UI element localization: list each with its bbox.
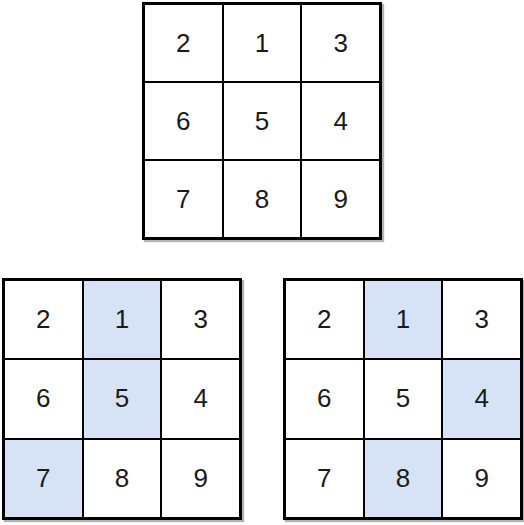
reference-cell-r1c1: 5 <box>223 82 302 160</box>
variant-a-cell-r1c0: 6 <box>4 359 83 438</box>
reference-cell-r0c0: 2 <box>144 4 223 82</box>
reference-grid: 213654789 <box>142 2 382 240</box>
variant-a-cell-r2c1: 8 <box>83 439 162 518</box>
variant-a-cell-r2c2: 9 <box>161 439 240 518</box>
variant-b-cell-r2c0: 7 <box>285 439 364 518</box>
variant-a-cell-r2c0-highlighted: 7 <box>4 439 83 518</box>
reference-cell-r2c0: 7 <box>144 160 223 238</box>
variant-a-cell-r0c1-highlighted: 1 <box>83 280 162 359</box>
variant-b-grid: 213654789 <box>283 278 523 520</box>
variant-a-cell-r1c2: 4 <box>161 359 240 438</box>
variant-b-cell-r0c2: 3 <box>442 280 521 359</box>
variant-b-cell-r2c1-highlighted: 8 <box>364 439 443 518</box>
variant-a-cell-r0c0: 2 <box>4 280 83 359</box>
reference-cell-r2c1: 8 <box>223 160 302 238</box>
variant-b-cell-r1c0: 6 <box>285 359 364 438</box>
variant-b-cell-r1c1: 5 <box>364 359 443 438</box>
variant-a-cell-r1c1-highlighted: 5 <box>83 359 162 438</box>
reference-cell-r0c2: 3 <box>301 4 380 82</box>
reference-cell-r1c2: 4 <box>301 82 380 160</box>
reference-cell-r2c2: 9 <box>301 160 380 238</box>
variant-b-cell-r2c2: 9 <box>442 439 521 518</box>
variant-b-cell-r0c1-highlighted: 1 <box>364 280 443 359</box>
variant-b-cell-r0c0: 2 <box>285 280 364 359</box>
variant-a-cell-r0c2: 3 <box>161 280 240 359</box>
variant-b-cell-r1c2-highlighted: 4 <box>442 359 521 438</box>
puzzle-canvas: 213654789 213654789 213654789 <box>0 0 524 525</box>
reference-cell-r0c1: 1 <box>223 4 302 82</box>
variant-a-grid: 213654789 <box>2 278 242 520</box>
reference-cell-r1c0: 6 <box>144 82 223 160</box>
